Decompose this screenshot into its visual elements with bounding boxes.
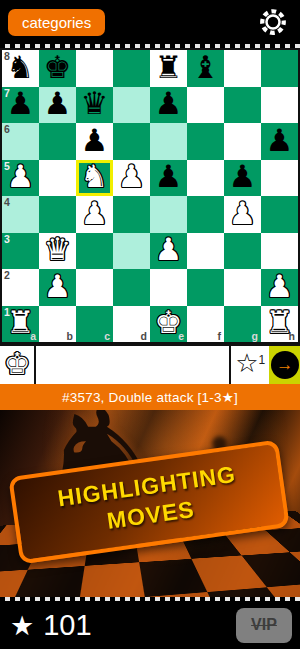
- square-h2[interactable]: ♟: [261, 269, 298, 306]
- right-arrow-icon: →: [276, 356, 293, 373]
- piece-white-rook-a1: ♜: [7, 307, 35, 338]
- piece-white-pawn-h2: ♟: [266, 271, 294, 302]
- square-g2[interactable]: [224, 269, 261, 306]
- piece-black-pawn-c6: ♟: [81, 125, 109, 156]
- top-bar: categories: [0, 0, 300, 44]
- square-g5[interactable]: ♟: [224, 160, 261, 197]
- square-d6[interactable]: [113, 123, 150, 160]
- square-h1[interactable]: h♜: [261, 306, 298, 343]
- square-f4[interactable]: [187, 196, 224, 233]
- piece-white-pawn-e3: ♟: [155, 234, 183, 265]
- square-d7[interactable]: [113, 87, 150, 124]
- piece-white-knight-c5: ♞: [81, 161, 109, 192]
- square-h5[interactable]: [261, 160, 298, 197]
- bottom-bar: ★ 101 VIP: [0, 601, 300, 649]
- file-label-f: f: [218, 331, 222, 342]
- square-c6[interactable]: ♟: [76, 123, 113, 160]
- file-label-c: c: [104, 331, 110, 342]
- square-a6[interactable]: 6: [2, 123, 39, 160]
- square-e7[interactable]: ♟: [150, 87, 187, 124]
- piece-black-pawn-e5: ♟: [155, 161, 183, 192]
- next-puzzle-button[interactable]: →: [269, 346, 300, 384]
- piece-white-queen-b3: ♛: [44, 234, 72, 265]
- square-e5[interactable]: ♟: [150, 160, 187, 197]
- square-e4[interactable]: [150, 196, 187, 233]
- square-b5[interactable]: [39, 160, 76, 197]
- square-f1[interactable]: f: [187, 306, 224, 343]
- square-a5[interactable]: 5♟: [2, 160, 39, 197]
- app-screen: categories 8♞♚♜♝7♟♟♛♟6♟♟5♟♞♟♟♟4♟♟3♛♟2♟♟1…: [0, 0, 300, 649]
- rank-label-4: 4: [4, 197, 10, 208]
- star-outline-icon: ☆: [235, 350, 258, 376]
- square-a3[interactable]: 3: [2, 233, 39, 270]
- settings-gear-icon[interactable]: [258, 7, 288, 37]
- categories-button[interactable]: categories: [8, 9, 105, 36]
- square-b1[interactable]: b: [39, 306, 76, 343]
- square-c4[interactable]: ♟: [76, 196, 113, 233]
- square-h8[interactable]: [261, 50, 298, 87]
- square-b3[interactable]: ♛: [39, 233, 76, 270]
- piece-white-pawn-g4: ♟: [229, 198, 257, 229]
- square-h6[interactable]: ♟: [261, 123, 298, 160]
- file-label-d: d: [141, 331, 147, 342]
- square-f3[interactable]: [187, 233, 224, 270]
- square-a4[interactable]: 4: [2, 196, 39, 233]
- square-f5[interactable]: [187, 160, 224, 197]
- square-e1[interactable]: e♚: [150, 306, 187, 343]
- square-c8[interactable]: [76, 50, 113, 87]
- white-king-icon: ♚: [4, 349, 31, 379]
- arrow-circle: →: [271, 351, 299, 379]
- piece-black-pawn-e7: ♟: [155, 88, 183, 119]
- square-g8[interactable]: [224, 50, 261, 87]
- square-f6[interactable]: [187, 123, 224, 160]
- square-h3[interactable]: [261, 233, 298, 270]
- square-b7[interactable]: ♟: [39, 87, 76, 124]
- square-c5[interactable]: ♞: [76, 160, 113, 197]
- file-label-b: b: [67, 331, 73, 342]
- rank-label-6: 6: [4, 124, 10, 135]
- square-e6[interactable]: [150, 123, 187, 160]
- square-a7[interactable]: 7♟: [2, 87, 39, 124]
- stars-total-count: 101: [43, 609, 91, 642]
- square-c3[interactable]: [76, 233, 113, 270]
- piece-white-pawn-a5: ♟: [7, 161, 35, 192]
- puzzle-title-banner: #3573, Double attack [1-3★]: [0, 384, 300, 410]
- square-g6[interactable]: [224, 123, 261, 160]
- promo-photo: ♞ ♝ HIGHLIGHTING MOVES: [0, 410, 300, 597]
- piece-white-rook-h1: ♜: [266, 307, 294, 338]
- square-d2[interactable]: [113, 269, 150, 306]
- square-a1[interactable]: 1a♜: [2, 306, 39, 343]
- square-b8[interactable]: ♚: [39, 50, 76, 87]
- file-label-g: g: [252, 331, 258, 342]
- square-e8[interactable]: ♜: [150, 50, 187, 87]
- square-d1[interactable]: d: [113, 306, 150, 343]
- rank-label-2: 2: [4, 270, 10, 281]
- square-d4[interactable]: [113, 196, 150, 233]
- square-h7[interactable]: [261, 87, 298, 124]
- move-row: ♚ ☆ 1 →: [0, 344, 300, 384]
- square-g4[interactable]: ♟: [224, 196, 261, 233]
- square-a8[interactable]: 8♞: [2, 50, 39, 87]
- square-f8[interactable]: ♝: [187, 50, 224, 87]
- piece-black-bishop-f8: ♝: [192, 52, 220, 83]
- piece-black-queen-c7: ♛: [81, 88, 109, 119]
- square-g7[interactable]: [224, 87, 261, 124]
- piece-black-rook-e8: ♜: [155, 52, 183, 83]
- piece-black-pawn-a7: ♟: [7, 88, 35, 119]
- puzzle-rating-box[interactable]: ☆ 1: [229, 346, 269, 384]
- square-c1[interactable]: c: [76, 306, 113, 343]
- piece-white-pawn-d5: ♟: [118, 161, 146, 192]
- square-d8[interactable]: [113, 50, 150, 87]
- square-d5[interactable]: ♟: [113, 160, 150, 197]
- square-b4[interactable]: [39, 196, 76, 233]
- square-f2[interactable]: [187, 269, 224, 306]
- piece-black-king-b8: ♚: [44, 52, 72, 83]
- star-filled-icon: ★: [10, 612, 34, 639]
- piece-black-knight-a8: ♞: [7, 52, 35, 83]
- square-d3[interactable]: [113, 233, 150, 270]
- side-to-move-indicator: ♚: [0, 346, 36, 384]
- square-c7[interactable]: ♛: [76, 87, 113, 124]
- square-b2[interactable]: ♟: [39, 269, 76, 306]
- square-h4[interactable]: [261, 196, 298, 233]
- square-g3[interactable]: [224, 233, 261, 270]
- star-count: 1: [259, 353, 266, 367]
- piece-white-pawn-c4: ♟: [81, 198, 109, 229]
- piece-white-pawn-b2: ♟: [44, 271, 72, 302]
- square-a2[interactable]: 2: [2, 269, 39, 306]
- piece-black-pawn-g5: ♟: [229, 161, 257, 192]
- rank-label-3: 3: [4, 234, 10, 245]
- piece-white-king-e1: ♚: [155, 307, 183, 338]
- square-g1[interactable]: g: [224, 306, 261, 343]
- square-c2[interactable]: [76, 269, 113, 306]
- square-f7[interactable]: [187, 87, 224, 124]
- square-e3[interactable]: ♟: [150, 233, 187, 270]
- piece-black-pawn-b7: ♟: [44, 88, 72, 119]
- moves-display-field[interactable]: [36, 346, 229, 384]
- piece-black-pawn-h6: ♟: [266, 125, 294, 156]
- vip-button[interactable]: VIP: [236, 608, 292, 643]
- puzzle-title-text: #3573, Double attack [1-3★]: [62, 389, 238, 405]
- chess-board: 8♞♚♜♝7♟♟♛♟6♟♟5♟♞♟♟♟4♟♟3♛♟2♟♟1a♜bcde♚fgh♜: [0, 48, 300, 344]
- square-b6[interactable]: [39, 123, 76, 160]
- square-e2[interactable]: [150, 269, 187, 306]
